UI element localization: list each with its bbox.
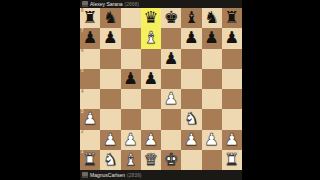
square-b2[interactable]: ♟ [100,130,120,150]
square-a7[interactable]: 7♟ [80,28,100,48]
square-h6[interactable] [222,49,242,69]
piece-white-knight-f3: ♞ [184,109,199,129]
square-b1[interactable]: ♞ [100,150,120,170]
square-c6[interactable] [121,49,141,69]
square-g1[interactable] [202,150,222,170]
piece-white-king-e1: ♚ [164,150,179,170]
square-d5[interactable]: ♟ [141,69,161,89]
piece-black-pawn-c5: ♟ [123,69,138,89]
square-f4[interactable] [181,89,201,109]
piece-black-queen-d8: ♛ [143,8,158,28]
player-name[interactable]: MagnusCarlsen [90,172,125,178]
square-c4[interactable] [121,89,141,109]
rank-label-6: 6 [81,49,84,54]
piece-white-queen-d1: ♛ [143,150,158,170]
piece-white-rook-h1: ♜ [224,150,239,170]
square-b3[interactable] [100,109,120,129]
square-a1[interactable]: 1♜ [80,150,100,170]
piece-black-pawn-h7: ♟ [224,28,239,48]
piece-black-king-e8: ♚ [164,8,179,28]
square-b7[interactable]: ♟ [100,28,120,48]
piece-white-pawn-c2: ♟ [123,130,138,150]
piece-white-pawn-a3: ♟ [83,109,98,129]
square-g6[interactable] [202,49,222,69]
piece-black-rook-a8: ♜ [83,8,98,28]
player-avatar[interactable] [82,172,88,178]
square-h3[interactable] [222,109,242,129]
piece-black-rook-h8: ♜ [224,8,239,28]
square-d6[interactable] [141,49,161,69]
piece-black-knight-g8: ♞ [204,8,219,28]
square-e8[interactable]: ♚ [161,8,181,28]
player-rating: (2839) [127,172,141,178]
piece-white-pawn-f2: ♟ [184,130,199,150]
piece-black-pawn-e6: ♟ [164,49,179,69]
square-d7[interactable]: ♝ [141,28,161,48]
square-f7[interactable]: ♟ [181,28,201,48]
square-d1[interactable]: ♛ [141,150,161,170]
player-player-bar: MagnusCarlsen (2839) [80,170,242,180]
square-c1[interactable]: ♝ [121,150,141,170]
rank-label-7: 7 [81,29,84,34]
chess-board[interactable]: 8♜♞♛♚♝♞♜7♟♟♝♟♟♟6♟5♟♟4♟3♟♞2♟♟♟♟♟♟1♜♞♝♛♚♜ [80,8,242,170]
square-d2[interactable]: ♟ [141,130,161,150]
piece-white-bishop-c1: ♝ [123,150,138,170]
square-g7[interactable]: ♟ [202,28,222,48]
piece-white-pawn-e4: ♟ [164,89,179,109]
piece-black-pawn-b7: ♟ [103,28,118,48]
piece-black-bishop-f8: ♝ [184,8,199,28]
square-a3[interactable]: 3♟ [80,109,100,129]
square-b5[interactable] [100,69,120,89]
square-g8[interactable]: ♞ [202,8,222,28]
square-e6[interactable]: ♟ [161,49,181,69]
piece-white-pawn-g2: ♟ [204,130,219,150]
piece-white-pawn-h2: ♟ [224,130,239,150]
square-f2[interactable]: ♟ [181,130,201,150]
square-d8[interactable]: ♛ [141,8,161,28]
opponent-avatar[interactable] [82,1,88,7]
piece-black-pawn-f7: ♟ [184,28,199,48]
rank-label-4: 4 [81,90,84,95]
piece-black-pawn-d5: ♟ [143,69,158,89]
square-g2[interactable]: ♟ [202,130,222,150]
square-e3[interactable] [161,109,181,129]
piece-white-pawn-d2: ♟ [143,130,158,150]
square-h8[interactable]: ♜ [222,8,242,28]
square-f5[interactable] [181,69,201,89]
piece-white-pawn-b2: ♟ [103,130,118,150]
square-f3[interactable]: ♞ [181,109,201,129]
chess-video-frame: Alexey Sarana (2668) 8♜♞♛♚♝♞♜7♟♟♝♟♟♟6♟5♟… [80,0,242,180]
rank-label-1: 1 [81,150,84,155]
rank-label-3: 3 [81,110,84,115]
piece-black-knight-b8: ♞ [103,8,118,28]
square-a5[interactable]: 5 [80,69,100,89]
square-a4[interactable]: 4 [80,89,100,109]
square-f1[interactable] [181,150,201,170]
piece-white-rook-a1: ♜ [83,150,98,170]
square-e7[interactable] [161,28,181,48]
piece-black-pawn-a7: ♟ [83,28,98,48]
piece-white-bishop-d7: ♝ [143,28,158,48]
square-d3[interactable] [141,109,161,129]
square-c3[interactable] [121,109,141,129]
square-h5[interactable] [222,69,242,89]
opponent-name[interactable]: Alexey Sarana [90,1,123,7]
square-e4[interactable]: ♟ [161,89,181,109]
square-d4[interactable] [141,89,161,109]
square-a8[interactable]: 8♜ [80,8,100,28]
square-b4[interactable] [100,89,120,109]
square-f6[interactable] [181,49,201,69]
square-a6[interactable]: 6 [80,49,100,69]
square-a2[interactable]: 2 [80,130,100,150]
square-e5[interactable] [161,69,181,89]
square-c7[interactable] [121,28,141,48]
square-c2[interactable]: ♟ [121,130,141,150]
square-g3[interactable] [202,109,222,129]
rank-label-8: 8 [81,9,84,14]
opponent-rating: (2668) [125,1,139,7]
opponent-player-bar: Alexey Sarana (2668) [80,0,242,8]
square-g4[interactable] [202,89,222,109]
square-g5[interactable] [202,69,222,89]
rank-label-5: 5 [81,69,84,74]
square-h2[interactable]: ♟ [222,130,242,150]
square-h7[interactable]: ♟ [222,28,242,48]
square-e2[interactable] [161,130,181,150]
square-c5[interactable]: ♟ [121,69,141,89]
rank-label-2: 2 [81,130,84,135]
square-e1[interactable]: ♚ [161,150,181,170]
square-h1[interactable]: ♜ [222,150,242,170]
piece-white-knight-b1: ♞ [103,150,118,170]
square-b6[interactable] [100,49,120,69]
piece-black-pawn-g7: ♟ [204,28,219,48]
square-f8[interactable]: ♝ [181,8,201,28]
square-h4[interactable] [222,89,242,109]
square-c8[interactable] [121,8,141,28]
square-b8[interactable]: ♞ [100,8,120,28]
